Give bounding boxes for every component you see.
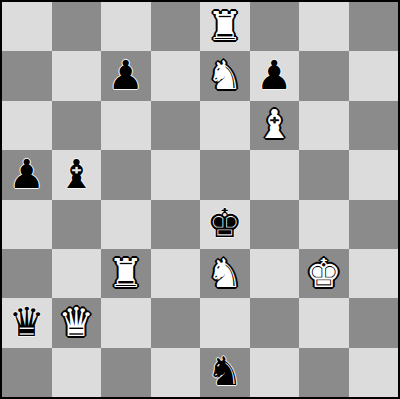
square-f7[interactable]: ♟ [250, 51, 300, 100]
square-f4[interactable] [250, 200, 300, 249]
square-a8[interactable] [2, 2, 52, 51]
chess-board: ♜♟♞♟♝♟♝♚♜♞♚♛♛♞ [2, 2, 398, 397]
square-c5[interactable] [101, 150, 151, 199]
square-g8[interactable] [299, 2, 349, 51]
square-d1[interactable] [151, 348, 201, 397]
square-h4[interactable] [349, 200, 399, 249]
square-f1[interactable] [250, 348, 300, 397]
black-bishop-b5[interactable]: ♝ [58, 154, 94, 194]
white-knight-e7[interactable]: ♞ [207, 55, 243, 95]
square-c8[interactable] [101, 2, 151, 51]
square-d4[interactable] [151, 200, 201, 249]
black-knight-e1[interactable]: ♞ [207, 351, 243, 391]
square-b1[interactable] [52, 348, 102, 397]
white-queen-b2[interactable]: ♛ [58, 302, 94, 342]
square-b2[interactable]: ♛ [52, 298, 102, 347]
square-g6[interactable] [299, 101, 349, 150]
square-h3[interactable] [349, 249, 399, 298]
square-h2[interactable] [349, 298, 399, 347]
square-b7[interactable] [52, 51, 102, 100]
square-e6[interactable] [200, 101, 250, 150]
square-e7[interactable]: ♞ [200, 51, 250, 100]
square-h6[interactable] [349, 101, 399, 150]
square-f5[interactable] [250, 150, 300, 199]
square-h8[interactable] [349, 2, 399, 51]
black-pawn-f7[interactable]: ♟ [256, 55, 292, 95]
white-rook-c3[interactable]: ♜ [108, 253, 144, 293]
white-bishop-f6[interactable]: ♝ [256, 104, 292, 144]
white-knight-e3[interactable]: ♞ [207, 253, 243, 293]
square-f3[interactable] [250, 249, 300, 298]
square-g1[interactable] [299, 348, 349, 397]
square-g7[interactable] [299, 51, 349, 100]
square-c3[interactable]: ♜ [101, 249, 151, 298]
square-b3[interactable] [52, 249, 102, 298]
square-e1[interactable]: ♞ [200, 348, 250, 397]
square-c4[interactable] [101, 200, 151, 249]
square-b5[interactable]: ♝ [52, 150, 102, 199]
square-d2[interactable] [151, 298, 201, 347]
square-g3[interactable]: ♚ [299, 249, 349, 298]
square-c7[interactable]: ♟ [101, 51, 151, 100]
square-a2[interactable]: ♛ [2, 298, 52, 347]
black-queen-a2[interactable]: ♛ [9, 302, 45, 342]
black-pawn-c7[interactable]: ♟ [108, 55, 144, 95]
black-pawn-a5[interactable]: ♟ [9, 154, 45, 194]
square-e5[interactable] [200, 150, 250, 199]
chess-board-frame: ♜♟♞♟♝♟♝♚♜♞♚♛♛♞ [0, 0, 400, 399]
square-g4[interactable] [299, 200, 349, 249]
square-b8[interactable] [52, 2, 102, 51]
white-rook-e8[interactable]: ♜ [207, 6, 243, 46]
square-d8[interactable] [151, 2, 201, 51]
square-e3[interactable]: ♞ [200, 249, 250, 298]
square-b6[interactable] [52, 101, 102, 150]
square-c2[interactable] [101, 298, 151, 347]
white-king-g3[interactable]: ♚ [306, 253, 342, 293]
square-c1[interactable] [101, 348, 151, 397]
square-a6[interactable] [2, 101, 52, 150]
square-a5[interactable]: ♟ [2, 150, 52, 199]
square-a1[interactable] [2, 348, 52, 397]
square-c6[interactable] [101, 101, 151, 150]
square-a4[interactable] [2, 200, 52, 249]
square-f8[interactable] [250, 2, 300, 51]
square-e4[interactable]: ♚ [200, 200, 250, 249]
square-d7[interactable] [151, 51, 201, 100]
square-d3[interactable] [151, 249, 201, 298]
square-b4[interactable] [52, 200, 102, 249]
square-d6[interactable] [151, 101, 201, 150]
square-h1[interactable] [349, 348, 399, 397]
square-f6[interactable]: ♝ [250, 101, 300, 150]
square-e8[interactable]: ♜ [200, 2, 250, 51]
square-a3[interactable] [2, 249, 52, 298]
square-g2[interactable] [299, 298, 349, 347]
square-e2[interactable] [200, 298, 250, 347]
square-h7[interactable] [349, 51, 399, 100]
black-king-e4[interactable]: ♚ [207, 203, 243, 243]
square-f2[interactable] [250, 298, 300, 347]
square-a7[interactable] [2, 51, 52, 100]
square-d5[interactable] [151, 150, 201, 199]
square-h5[interactable] [349, 150, 399, 199]
square-g5[interactable] [299, 150, 349, 199]
